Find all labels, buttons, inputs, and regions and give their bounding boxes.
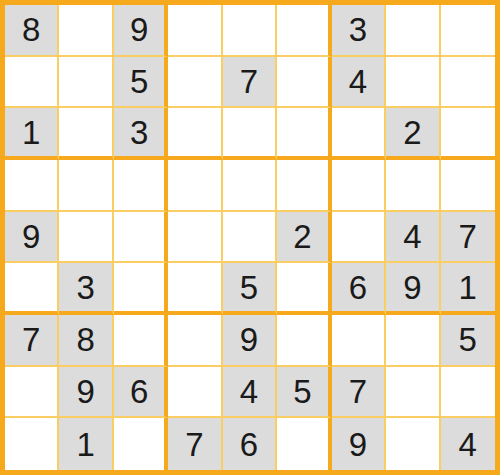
sudoku-cell-empty[interactable] xyxy=(223,212,277,264)
sudoku-cell-empty[interactable] xyxy=(59,5,113,57)
sudoku-cell-given: 7 xyxy=(223,57,277,109)
sudoku-cell-empty[interactable] xyxy=(59,212,113,264)
sudoku-cell-given: 5 xyxy=(277,367,331,419)
sudoku-cell-empty[interactable] xyxy=(168,315,222,367)
sudoku-cell-empty[interactable] xyxy=(277,315,331,367)
sudoku-cell-given: 6 xyxy=(332,263,386,315)
sudoku-cell-empty[interactable] xyxy=(332,160,386,212)
sudoku-cell-empty[interactable] xyxy=(332,315,386,367)
sudoku-cell-empty[interactable] xyxy=(386,5,440,57)
sudoku-cell-empty[interactable] xyxy=(168,367,222,419)
sudoku-cell-given: 6 xyxy=(223,418,277,470)
sudoku-cell-given: 9 xyxy=(114,5,168,57)
sudoku-cell-given: 5 xyxy=(441,315,495,367)
sudoku-cell-given: 9 xyxy=(386,263,440,315)
sudoku-board: 89357413292473569178959645717694 xyxy=(0,0,500,475)
sudoku-cell-given: 4 xyxy=(441,418,495,470)
sudoku-cell-empty[interactable] xyxy=(114,263,168,315)
sudoku-cell-given: 9 xyxy=(5,212,59,264)
sudoku-cell-empty[interactable] xyxy=(277,160,331,212)
sudoku-cell-given: 2 xyxy=(277,212,331,264)
sudoku-cell-empty[interactable] xyxy=(59,108,113,160)
sudoku-cell-given: 4 xyxy=(332,57,386,109)
sudoku-cell-empty[interactable] xyxy=(5,57,59,109)
sudoku-cell-given: 4 xyxy=(386,212,440,264)
sudoku-cell-given: 7 xyxy=(441,212,495,264)
sudoku-cell-empty[interactable] xyxy=(168,57,222,109)
sudoku-cell-empty[interactable] xyxy=(277,5,331,57)
sudoku-cell-empty[interactable] xyxy=(277,418,331,470)
sudoku-cell-empty[interactable] xyxy=(441,160,495,212)
sudoku-cell-empty[interactable] xyxy=(223,160,277,212)
sudoku-cell-empty[interactable] xyxy=(441,367,495,419)
sudoku-cell-empty[interactable] xyxy=(277,57,331,109)
sudoku-cell-given: 5 xyxy=(114,57,168,109)
sudoku-cell-empty[interactable] xyxy=(114,418,168,470)
sudoku-cell-given: 7 xyxy=(332,367,386,419)
sudoku-cell-given: 1 xyxy=(441,263,495,315)
sudoku-cell-empty[interactable] xyxy=(277,263,331,315)
sudoku-cell-empty[interactable] xyxy=(332,212,386,264)
sudoku-cell-empty[interactable] xyxy=(223,108,277,160)
sudoku-cell-given: 3 xyxy=(114,108,168,160)
sudoku-cell-given: 9 xyxy=(223,315,277,367)
sudoku-cell-given: 1 xyxy=(5,108,59,160)
sudoku-cell-given: 8 xyxy=(5,5,59,57)
sudoku-cell-empty[interactable] xyxy=(386,418,440,470)
sudoku-cell-given: 8 xyxy=(59,315,113,367)
sudoku-cell-given: 6 xyxy=(114,367,168,419)
sudoku-cell-given: 9 xyxy=(59,367,113,419)
sudoku-cell-given: 1 xyxy=(59,418,113,470)
sudoku-cell-empty[interactable] xyxy=(5,160,59,212)
sudoku-cell-given: 9 xyxy=(332,418,386,470)
sudoku-cell-given: 5 xyxy=(223,263,277,315)
sudoku-cell-empty[interactable] xyxy=(168,160,222,212)
sudoku-cell-empty[interactable] xyxy=(277,108,331,160)
sudoku-cell-empty[interactable] xyxy=(168,263,222,315)
sudoku-cell-given: 7 xyxy=(168,418,222,470)
sudoku-cell-empty[interactable] xyxy=(441,57,495,109)
sudoku-cell-empty[interactable] xyxy=(223,5,277,57)
sudoku-cell-empty[interactable] xyxy=(168,212,222,264)
sudoku-cell-given: 7 xyxy=(5,315,59,367)
sudoku-cell-empty[interactable] xyxy=(59,160,113,212)
sudoku-cell-empty[interactable] xyxy=(386,315,440,367)
sudoku-cell-empty[interactable] xyxy=(386,57,440,109)
sudoku-cell-given: 4 xyxy=(223,367,277,419)
sudoku-cell-empty[interactable] xyxy=(114,212,168,264)
sudoku-cell-empty[interactable] xyxy=(386,160,440,212)
sudoku-cell-empty[interactable] xyxy=(114,160,168,212)
sudoku-cell-given: 3 xyxy=(332,5,386,57)
sudoku-cell-empty[interactable] xyxy=(168,5,222,57)
sudoku-cell-empty[interactable] xyxy=(386,367,440,419)
sudoku-cell-empty[interactable] xyxy=(5,263,59,315)
sudoku-cell-given: 3 xyxy=(59,263,113,315)
sudoku-cell-given: 2 xyxy=(386,108,440,160)
sudoku-cell-empty[interactable] xyxy=(441,108,495,160)
sudoku-cell-empty[interactable] xyxy=(5,418,59,470)
sudoku-cell-empty[interactable] xyxy=(114,315,168,367)
sudoku-cell-empty[interactable] xyxy=(168,108,222,160)
sudoku-cell-empty[interactable] xyxy=(5,367,59,419)
sudoku-cell-empty[interactable] xyxy=(332,108,386,160)
sudoku-cell-empty[interactable] xyxy=(441,5,495,57)
sudoku-cell-empty[interactable] xyxy=(59,57,113,109)
